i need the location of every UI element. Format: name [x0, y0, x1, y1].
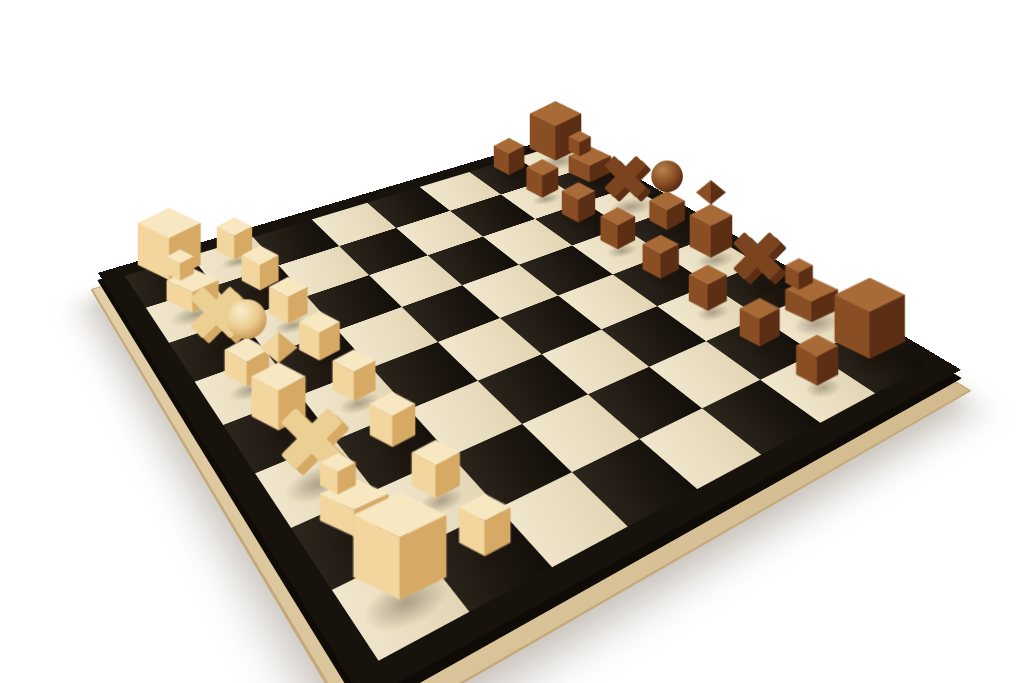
- piece-white-pawn-h2[interactable]: [458, 493, 512, 557]
- chess-photo-scene: [0, 0, 1024, 683]
- piece-black-rook-h8[interactable]: [834, 277, 906, 360]
- piece-black-king-e8[interactable]: [688, 179, 734, 260]
- piece-white-pawn-f2[interactable]: [369, 391, 416, 448]
- chess-board[interactable]: [98, 135, 961, 683]
- piece-black-pawn-g7[interactable]: [739, 297, 781, 347]
- piece-black-queen-d8[interactable]: [648, 160, 687, 232]
- piece-white-pawn-g2[interactable]: [411, 439, 461, 499]
- piece-white-rook-h1[interactable]: [352, 491, 447, 600]
- piece-black-pawn-h7[interactable]: [795, 334, 839, 387]
- pieces-layer: [125, 144, 926, 661]
- piece-black-knight-g8[interactable]: [783, 256, 839, 322]
